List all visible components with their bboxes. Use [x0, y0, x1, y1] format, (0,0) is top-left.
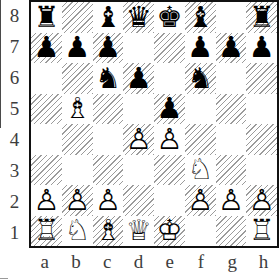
square-g1[interactable] [216, 216, 247, 247]
piece-fill: ♟ [95, 186, 121, 215]
rank-label-3: 3 [0, 155, 29, 186]
rank-label-4: 4 [0, 124, 29, 155]
piece-black-pawn: ♟ [154, 94, 185, 125]
piece-fill: ♚ [156, 216, 182, 245]
piece-glyph: ♟ [156, 94, 182, 123]
square-h3[interactable] [246, 155, 277, 186]
square-c6[interactable]: ♞ [93, 63, 124, 94]
square-h8[interactable]: ♜ [246, 2, 277, 33]
square-h1[interactable]: ♜♖ [246, 216, 277, 247]
rank-labels: 87654321 [0, 0, 29, 248]
piece-fill: ♟ [249, 186, 275, 215]
piece-fill: ♟ [126, 125, 152, 154]
file-label-f: f [185, 248, 216, 280]
piece-white-king: ♚♔ [154, 216, 185, 247]
square-h5[interactable] [246, 94, 277, 125]
square-e5[interactable]: ♟ [154, 94, 185, 125]
piece-fill: ♝ [95, 216, 121, 245]
square-b1[interactable]: ♞♘ [62, 216, 93, 247]
piece-white-pawn: ♟♙ [185, 185, 216, 216]
rank-label-6: 6 [0, 62, 29, 93]
square-e4[interactable]: ♟♙ [154, 124, 185, 155]
square-a7[interactable]: ♟ [31, 33, 62, 64]
square-b7[interactable]: ♟ [62, 33, 93, 64]
piece-glyph: ♕ [126, 216, 152, 245]
piece-fill: ♟ [187, 186, 213, 215]
file-label-e: e [154, 248, 185, 280]
piece-glyph: ♝ [95, 3, 121, 32]
piece-glyph: ♞ [187, 64, 213, 93]
piece-glyph: ♙ [126, 125, 152, 154]
square-h2[interactable]: ♟♙ [246, 185, 277, 216]
square-b4[interactable] [62, 124, 93, 155]
piece-fill: ♟ [218, 186, 244, 215]
piece-fill: ♞ [187, 155, 213, 184]
screenshot-edge-artifact [0, 278, 8, 279]
square-a6[interactable] [31, 63, 62, 94]
rank-label-2: 2 [0, 186, 29, 217]
square-e8[interactable]: ♚ [154, 2, 185, 33]
piece-white-pawn: ♟♙ [123, 124, 154, 155]
piece-glyph: ♔ [156, 216, 182, 245]
file-label-g: g [217, 248, 248, 280]
square-d3[interactable] [123, 155, 154, 186]
square-d8[interactable]: ♛ [123, 2, 154, 33]
piece-black-bishop: ♝ [93, 2, 124, 33]
chess-diagram: 87654321 ♜♝♛♚♝♜♟♟♟♟♟♟♞♟♞♝♗♟♟♙♟♙♞♘♟♙♟♙♟♙♟… [0, 0, 279, 280]
piece-glyph: ♟ [64, 33, 90, 62]
square-b6[interactable] [62, 63, 93, 94]
piece-black-pawn: ♟ [185, 33, 216, 64]
square-d4[interactable]: ♟♙ [123, 124, 154, 155]
square-a5[interactable] [31, 94, 62, 125]
square-c2[interactable]: ♟♙ [93, 185, 124, 216]
piece-white-rook: ♜♖ [246, 216, 277, 247]
rank-label-7: 7 [0, 31, 29, 62]
square-g2[interactable]: ♟♙ [216, 185, 247, 216]
square-g8[interactable] [216, 2, 247, 33]
piece-white-bishop: ♝♗ [62, 94, 93, 125]
file-label-c: c [92, 248, 123, 280]
square-c4[interactable] [93, 124, 124, 155]
piece-fill: ♜ [249, 216, 275, 245]
piece-black-knight: ♞ [185, 63, 216, 94]
piece-glyph: ♗ [95, 216, 121, 245]
piece-glyph: ♟ [218, 33, 244, 62]
piece-white-queen: ♛♕ [123, 216, 154, 247]
piece-glyph: ♙ [249, 186, 275, 215]
piece-glyph: ♙ [218, 186, 244, 215]
piece-black-queen: ♛ [123, 2, 154, 33]
square-g4[interactable] [216, 124, 247, 155]
piece-white-knight: ♞♘ [62, 216, 93, 247]
piece-white-bishop: ♝♗ [93, 216, 124, 247]
piece-glyph: ♜ [249, 3, 275, 32]
piece-black-bishop: ♝ [185, 2, 216, 33]
square-a3[interactable] [31, 155, 62, 186]
square-b8[interactable] [62, 2, 93, 33]
square-h6[interactable] [246, 63, 277, 94]
piece-fill: ♟ [156, 125, 182, 154]
board-layout: 87654321 ♜♝♛♚♝♜♟♟♟♟♟♟♞♟♞♝♗♟♟♙♟♙♞♘♟♙♟♙♟♙♟… [0, 0, 279, 280]
file-labels: abcdefgh [29, 248, 279, 280]
square-g5[interactable] [216, 94, 247, 125]
square-a4[interactable] [31, 124, 62, 155]
piece-fill: ♟ [33, 186, 59, 215]
piece-glyph: ♟ [187, 33, 213, 62]
piece-black-rook: ♜ [246, 2, 277, 33]
piece-glyph: ♛ [126, 3, 152, 32]
file-label-a: a [29, 248, 60, 280]
square-b2[interactable]: ♟♙ [62, 185, 93, 216]
piece-black-king: ♚ [154, 2, 185, 33]
square-b5[interactable]: ♝♗ [62, 94, 93, 125]
square-a1[interactable]: ♜♖ [31, 216, 62, 247]
square-h4[interactable] [246, 124, 277, 155]
square-g6[interactable] [216, 63, 247, 94]
square-f3[interactable]: ♞♘ [185, 155, 216, 186]
square-e3[interactable] [154, 155, 185, 186]
piece-glyph: ♖ [249, 216, 275, 245]
piece-glyph: ♚ [156, 3, 182, 32]
piece-glyph: ♞ [95, 64, 121, 93]
piece-fill: ♞ [64, 216, 90, 245]
square-c5[interactable] [93, 94, 124, 125]
rank-label-1: 1 [0, 217, 29, 248]
square-e7[interactable] [154, 33, 185, 64]
piece-black-pawn: ♟ [246, 33, 277, 64]
piece-glyph: ♗ [64, 94, 90, 123]
square-h7[interactable]: ♟ [246, 33, 277, 64]
square-b3[interactable] [62, 155, 93, 186]
piece-black-pawn: ♟ [31, 33, 62, 64]
piece-white-rook: ♜♖ [31, 216, 62, 247]
piece-fill: ♝ [64, 94, 90, 123]
file-label-d: d [123, 248, 154, 280]
piece-white-pawn: ♟♙ [93, 185, 124, 216]
square-c7[interactable]: ♟ [93, 33, 124, 64]
square-f1[interactable] [185, 216, 216, 247]
file-label-b: b [60, 248, 91, 280]
piece-black-pawn: ♟ [93, 33, 124, 64]
piece-white-pawn: ♟♙ [62, 185, 93, 216]
piece-glyph: ♘ [187, 155, 213, 184]
square-d1[interactable]: ♛♕ [123, 216, 154, 247]
square-e6[interactable] [154, 63, 185, 94]
piece-glyph: ♖ [33, 216, 59, 245]
piece-glyph: ♝ [187, 3, 213, 32]
piece-white-pawn: ♟♙ [216, 185, 247, 216]
piece-black-knight: ♞ [93, 63, 124, 94]
piece-black-pawn: ♟ [216, 33, 247, 64]
square-c1[interactable]: ♝♗ [93, 216, 124, 247]
square-a2[interactable]: ♟♙ [31, 185, 62, 216]
square-f4[interactable] [185, 124, 216, 155]
piece-glyph: ♟ [95, 33, 121, 62]
piece-black-pawn: ♟ [62, 33, 93, 64]
square-f8[interactable]: ♝ [185, 2, 216, 33]
square-c8[interactable]: ♝ [93, 2, 124, 33]
square-d2[interactable] [123, 185, 154, 216]
square-a8[interactable]: ♜ [31, 2, 62, 33]
rank-label-8: 8 [0, 0, 29, 31]
piece-glyph: ♟ [126, 64, 152, 93]
piece-white-pawn: ♟♙ [154, 124, 185, 155]
square-d5[interactable] [123, 94, 154, 125]
piece-glyph: ♜ [33, 3, 59, 32]
piece-black-rook: ♜ [31, 2, 62, 33]
piece-white-knight: ♞♘ [185, 155, 216, 186]
piece-black-pawn: ♟ [123, 63, 154, 94]
piece-glyph: ♙ [156, 125, 182, 154]
piece-glyph: ♙ [33, 186, 59, 215]
piece-glyph: ♙ [95, 186, 121, 215]
piece-fill: ♛ [126, 216, 152, 245]
square-d6[interactable]: ♟ [123, 63, 154, 94]
square-c3[interactable] [93, 155, 124, 186]
piece-glyph: ♙ [187, 186, 213, 215]
square-g3[interactable] [216, 155, 247, 186]
rank-label-5: 5 [0, 93, 29, 124]
square-f5[interactable] [185, 94, 216, 125]
file-label-h: h [248, 248, 279, 280]
square-f6[interactable]: ♞ [185, 63, 216, 94]
screenshot-edge-artifact [0, 0, 1, 128]
piece-glyph: ♘ [64, 216, 90, 245]
square-f7[interactable]: ♟ [185, 33, 216, 64]
piece-white-pawn: ♟♙ [246, 185, 277, 216]
piece-fill: ♜ [33, 216, 59, 245]
piece-white-pawn: ♟♙ [31, 185, 62, 216]
square-e1[interactable]: ♚♔ [154, 216, 185, 247]
board: ♜♝♛♚♝♜♟♟♟♟♟♟♞♟♞♝♗♟♟♙♟♙♞♘♟♙♟♙♟♙♟♙♟♙♟♙♜♖♞♘… [29, 0, 279, 248]
square-f2[interactable]: ♟♙ [185, 185, 216, 216]
piece-glyph: ♟ [33, 33, 59, 62]
square-d7[interactable] [123, 33, 154, 64]
square-g7[interactable]: ♟ [216, 33, 247, 64]
square-e2[interactable] [154, 185, 185, 216]
piece-glyph: ♙ [64, 186, 90, 215]
piece-glyph: ♟ [249, 33, 275, 62]
piece-fill: ♟ [64, 186, 90, 215]
